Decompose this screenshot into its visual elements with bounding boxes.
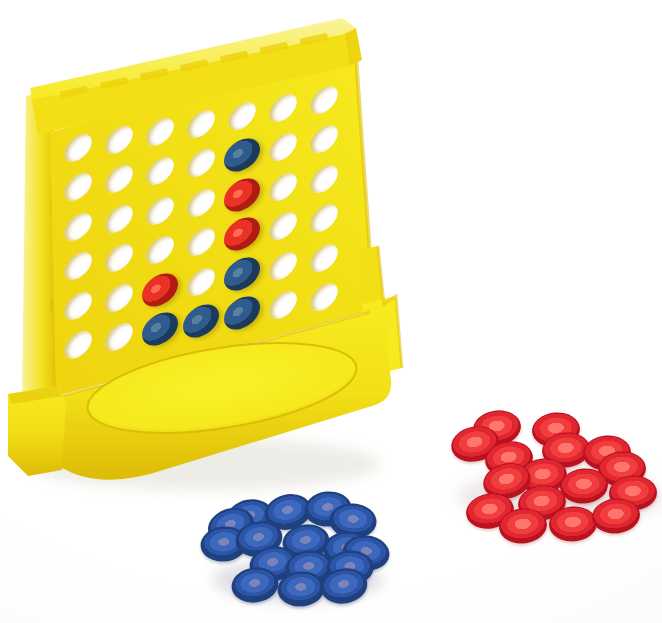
hole — [182, 184, 219, 222]
hole — [305, 160, 342, 198]
hole — [100, 160, 137, 198]
hole — [182, 263, 219, 301]
hole — [182, 223, 219, 261]
cell-c7-r6 — [303, 274, 344, 321]
hole — [264, 247, 301, 285]
hole — [59, 247, 96, 285]
disc-glyph: ● — [218, 290, 264, 337]
hole — [305, 200, 342, 238]
hole — [100, 239, 137, 277]
cell-c2-r6 — [98, 314, 139, 361]
blue-disc-in-board: ● — [218, 290, 264, 337]
hole — [305, 279, 342, 317]
loose-red-disc: ● — [497, 506, 548, 546]
hole — [100, 121, 137, 159]
disc-glyph: ● — [136, 306, 182, 353]
cell-c1-r6 — [57, 322, 98, 369]
hole — [141, 113, 178, 151]
hole — [100, 318, 137, 356]
hole — [182, 144, 219, 182]
blue-disc-in-board: ● — [177, 298, 223, 345]
hole — [59, 168, 96, 206]
cell-c3-r6: ● — [139, 306, 180, 353]
cell-c6-r6 — [262, 282, 303, 329]
hole — [305, 81, 342, 119]
hole — [59, 208, 96, 246]
hole — [305, 121, 342, 159]
hole — [305, 239, 342, 277]
hole — [223, 97, 260, 135]
disc-glyph: ● — [497, 506, 548, 546]
hole — [141, 231, 178, 269]
hole — [100, 279, 137, 317]
cell-c4-r6: ● — [180, 298, 221, 345]
hole — [59, 129, 96, 167]
disc-glyph: ● — [177, 298, 223, 345]
product-photo-scene: ●●●●●●●● ●●●●●●●●●●●●●●●● ●●●●●●●●●●●●●●… — [0, 0, 662, 623]
hole — [264, 287, 301, 325]
hole — [182, 105, 219, 143]
hole — [59, 287, 96, 325]
hole — [264, 89, 301, 127]
disc-glyph: ● — [229, 564, 280, 605]
blue-disc-in-board: ● — [136, 306, 182, 353]
loose-blue-disc: ● — [229, 564, 280, 605]
disc-glyph: ● — [590, 496, 641, 536]
hole — [264, 168, 301, 206]
hole — [100, 200, 137, 238]
loose-red-disc: ● — [590, 496, 641, 536]
hole — [264, 129, 301, 167]
cell-c5-r6: ● — [221, 290, 262, 337]
hole — [141, 152, 178, 190]
hole — [59, 326, 96, 364]
hole — [141, 192, 178, 230]
hole — [264, 208, 301, 246]
